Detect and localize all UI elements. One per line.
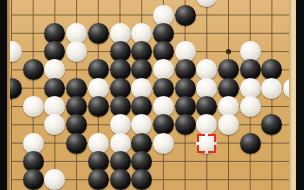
go-stone-white[interactable] [261,78,282,99]
marker-corner-tl [197,134,205,142]
go-stone-black[interactable] [240,133,261,154]
go-stone-black[interactable] [175,114,196,135]
letterbox-right [296,0,304,190]
go-board[interactable] [0,0,304,190]
star-point [226,49,231,54]
go-stone-black[interactable] [88,96,109,117]
marker-corner-br [208,145,216,153]
last-move-marker [197,134,216,153]
board-frame-left [7,0,10,190]
go-stone-black[interactable] [23,59,44,80]
marker-corner-tr [208,134,216,142]
go-stone-white[interactable] [240,96,261,117]
go-stone-black[interactable] [66,133,87,154]
go-stone-black[interactable] [88,23,109,44]
go-stone-black[interactable] [88,169,109,190]
go-stone-black[interactable] [175,5,196,26]
go-stone-black[interactable] [23,169,44,190]
letterbox-left [0,0,7,190]
go-stone-white[interactable] [153,133,174,154]
marker-corner-bl [197,145,205,153]
go-stone-black[interactable] [110,169,131,190]
go-stone-white[interactable] [23,96,44,117]
video-frame [0,0,304,190]
